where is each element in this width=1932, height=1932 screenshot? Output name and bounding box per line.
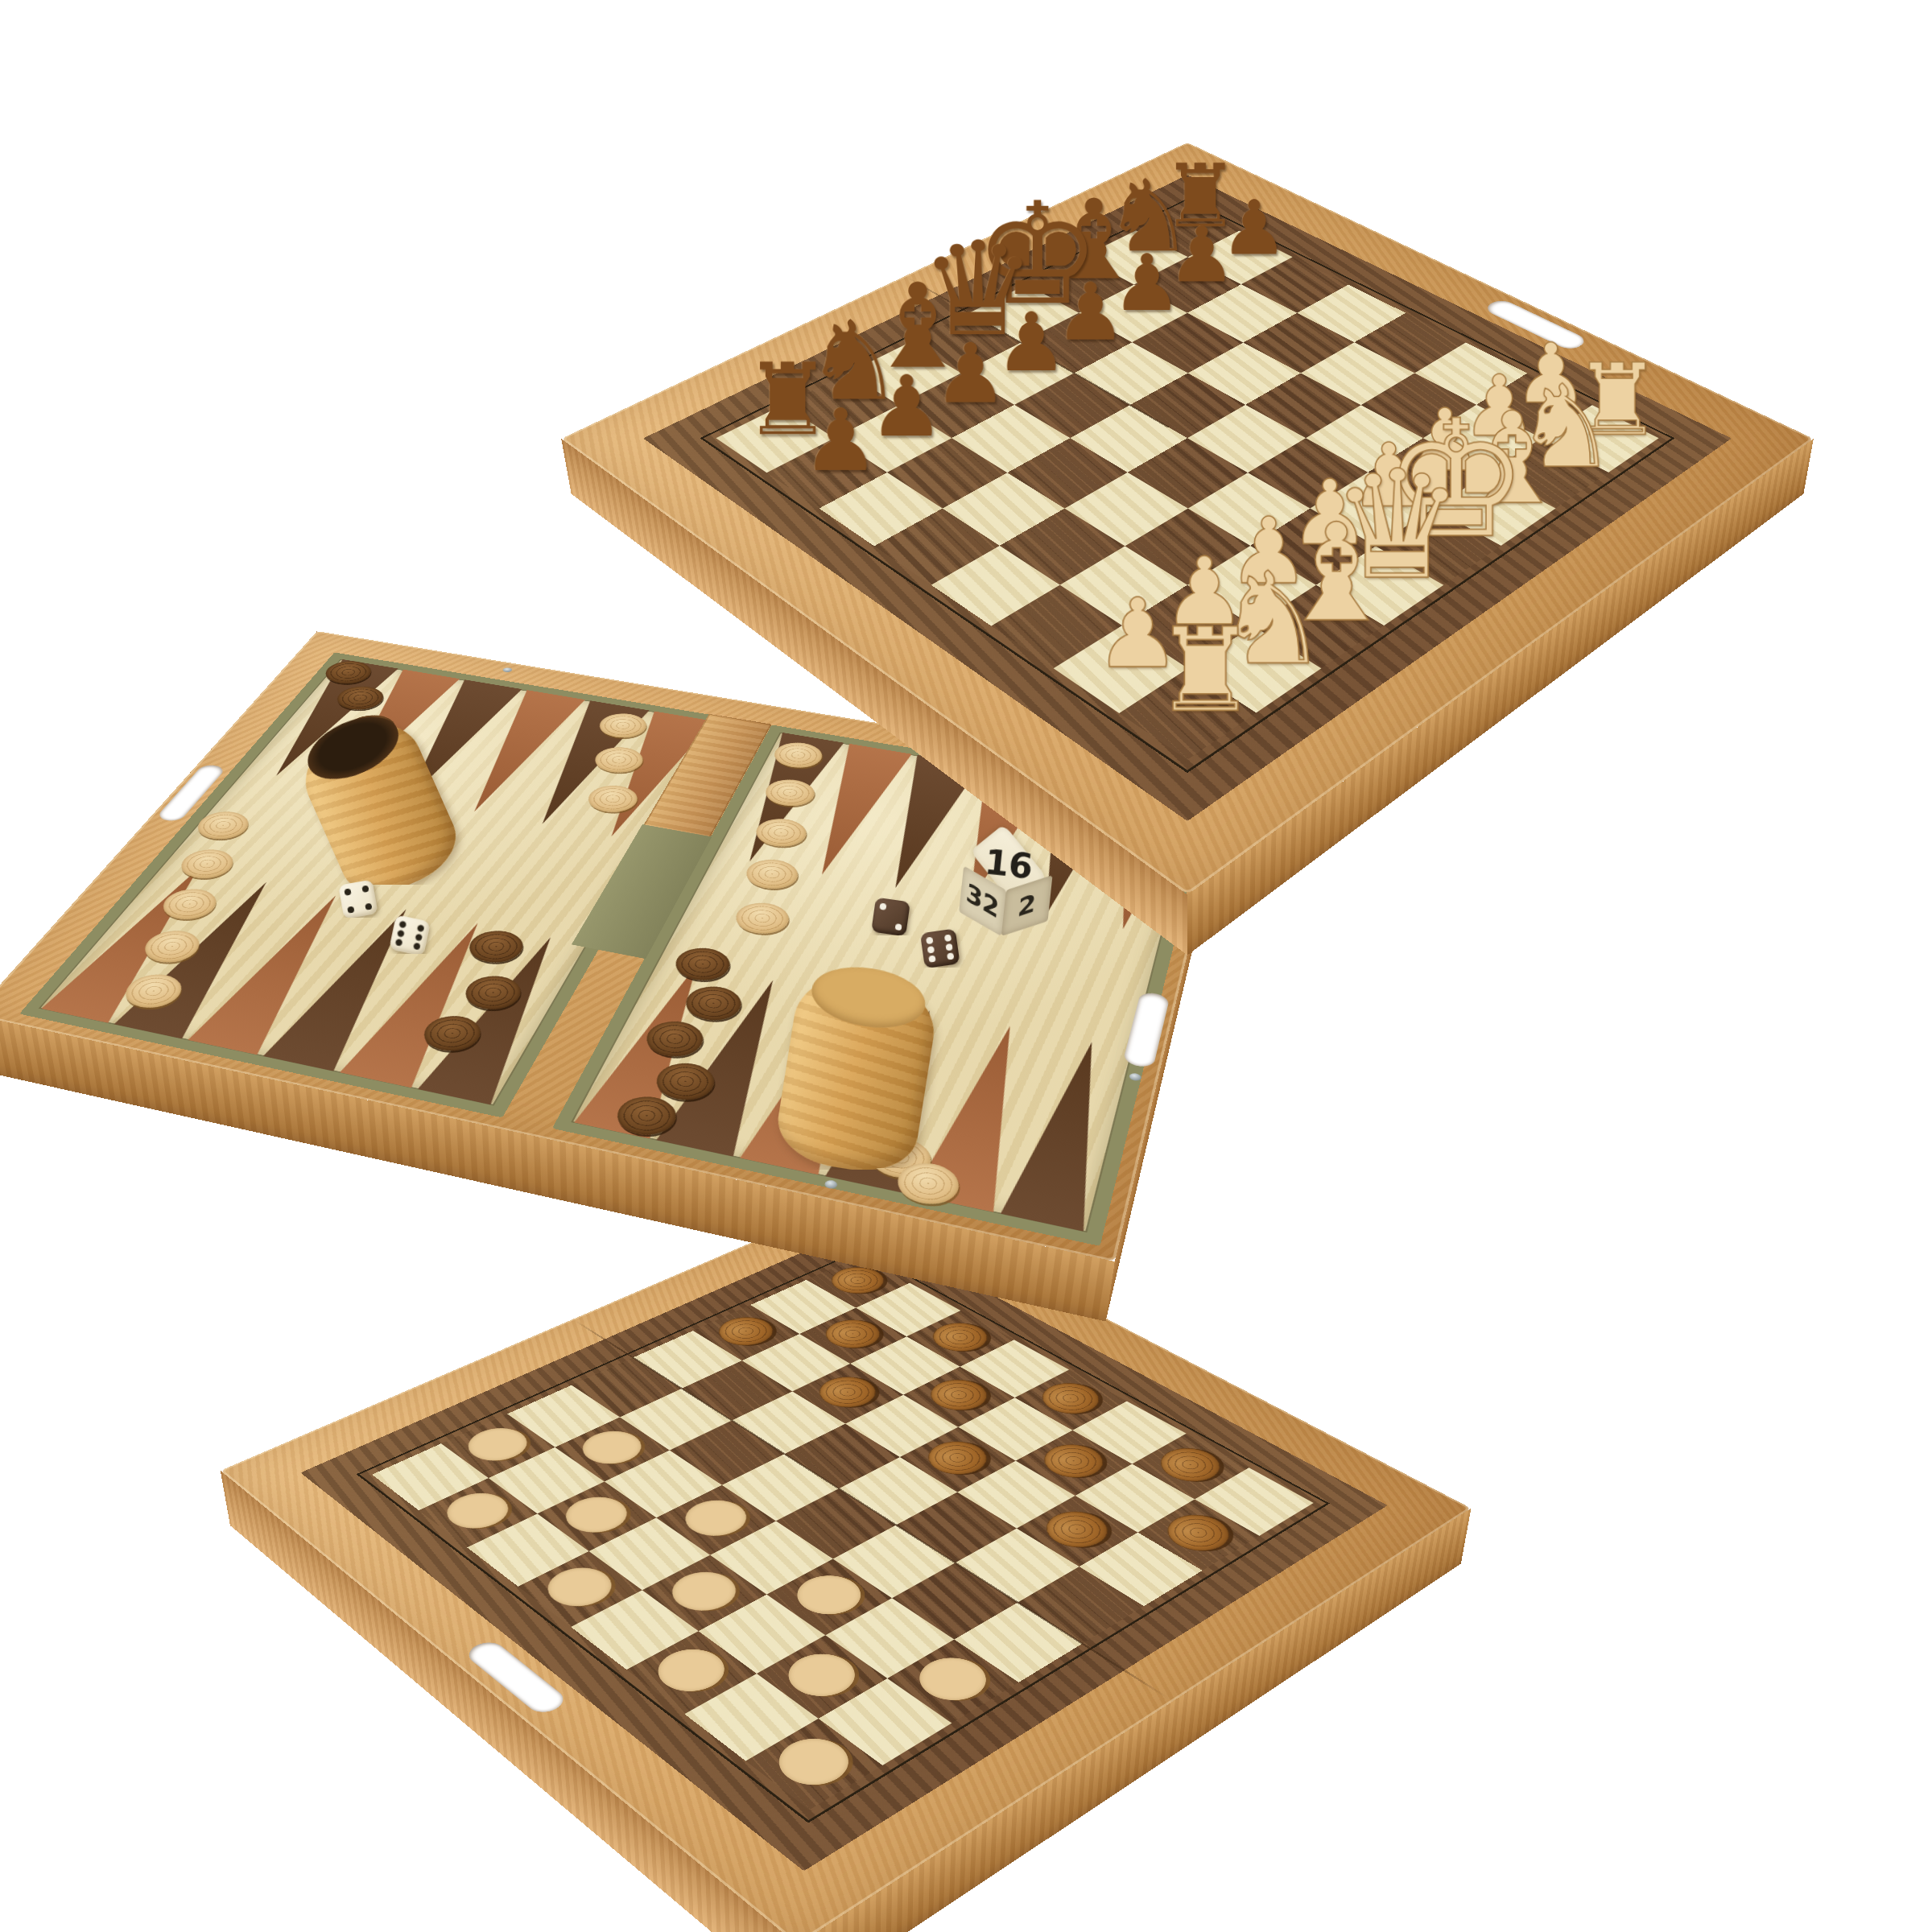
chess-piece-black-pawn-b7: ♟ [869,368,944,445]
chess-square-c4 [1065,473,1187,546]
die-white-5 [338,880,378,919]
die-brown-6 [920,928,960,968]
chess-piece-black-pawn-a7: ♟ [802,402,879,481]
die-brown-3 [871,897,910,936]
backgammon-checker-light-12 [189,808,256,843]
checkers-piece-dark-r7c6 [1034,1504,1121,1554]
checkers-board-case [221,1193,1472,1932]
product-photo-scene: 16322 ♜♞♝♛♚♝♞♜♟♟♟♟♟♟♟♟♟♟♟♟♟♟♟♟♜♞♝♛♚♝♞♜ [0,0,1932,1932]
chess-piece-white-rook-a1: ♜ [1154,617,1257,723]
